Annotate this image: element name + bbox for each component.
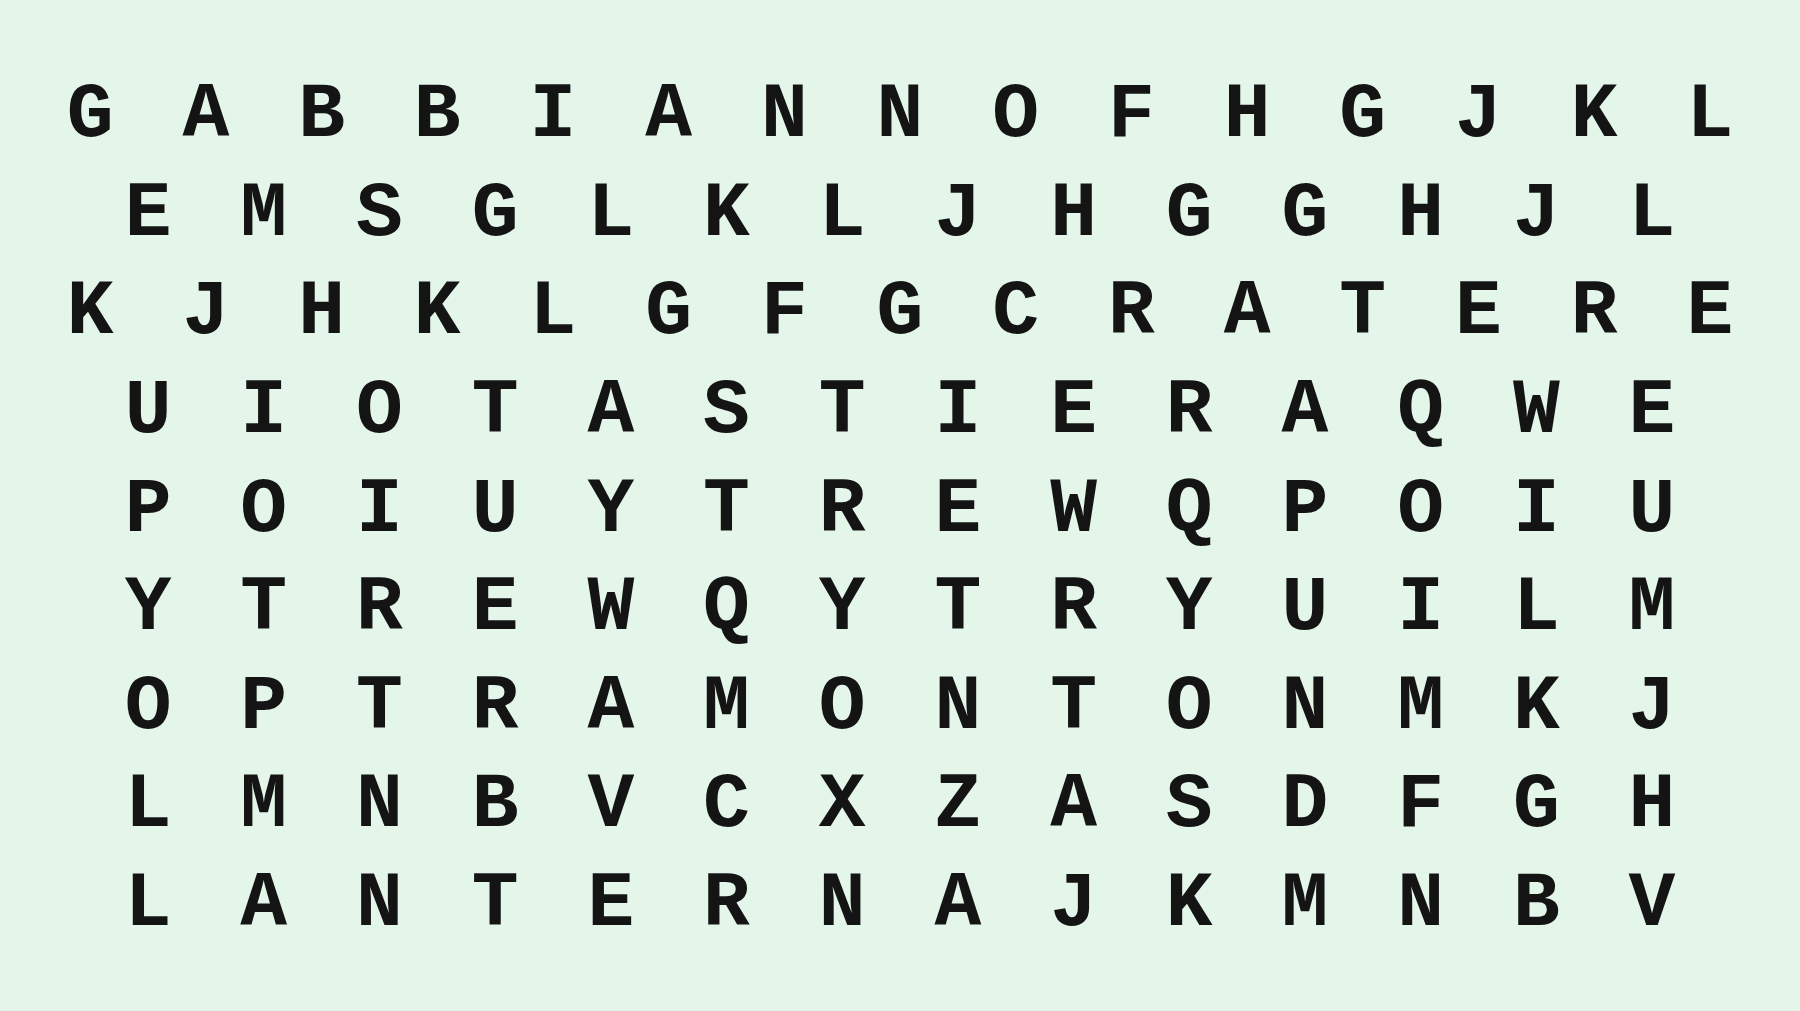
grid-cell[interactable]: I <box>495 66 611 165</box>
grid-cell[interactable]: I <box>1363 559 1479 658</box>
grid-cell[interactable]: P <box>1247 460 1363 559</box>
grid-cell[interactable]: T <box>784 362 900 461</box>
grid-cell[interactable]: T <box>437 362 553 461</box>
grid-cell[interactable]: J <box>148 263 264 362</box>
grid-cell[interactable]: S <box>669 362 785 461</box>
grid-cell[interactable]: F <box>1074 66 1190 165</box>
grid-cell[interactable]: H <box>1189 66 1305 165</box>
grid-cell[interactable]: E <box>90 165 206 264</box>
grid-cell[interactable]: X <box>784 756 900 855</box>
grid-row: POIUYTREWQPOIU <box>0 460 1800 559</box>
grid-cell[interactable]: A <box>1189 263 1305 362</box>
grid-row: LMNBVCXZASDFGH <box>0 756 1800 855</box>
grid-cell[interactable]: E <box>437 559 553 658</box>
grid-cell[interactable]: R <box>1131 362 1247 461</box>
grid-cell[interactable]: L <box>495 263 611 362</box>
grid-cell[interactable]: O <box>1131 658 1247 757</box>
grid-cell[interactable]: L <box>90 855 206 954</box>
grid-row: UIOTASTIERAQWE <box>0 362 1800 461</box>
grid-cell[interactable]: I <box>206 362 322 461</box>
grid-cell[interactable]: J <box>1594 658 1710 757</box>
grid-cell[interactable]: E <box>553 855 669 954</box>
grid-row: YTREWQYTRYUILM <box>0 559 1800 658</box>
grid-cell[interactable]: H <box>1594 756 1710 855</box>
grid-cell[interactable]: G <box>611 263 727 362</box>
grid-cell[interactable]: H <box>264 263 380 362</box>
grid-cell[interactable]: N <box>1363 855 1479 954</box>
grid-cell[interactable]: V <box>553 756 669 855</box>
grid-cell[interactable]: F <box>726 263 842 362</box>
grid-cell[interactable]: Y <box>553 460 669 559</box>
grid-cell[interactable]: L <box>553 165 669 264</box>
grid-cell[interactable]: R <box>1016 559 1132 658</box>
grid-row: GABBIANNOFHGJKL <box>0 66 1800 165</box>
grid-row: LANTERNAJKMNBV <box>0 855 1800 954</box>
grid-cell[interactable]: L <box>1652 66 1768 165</box>
grid-cell[interactable]: M <box>206 756 322 855</box>
grid-cell[interactable]: R <box>437 658 553 757</box>
grid-cell[interactable]: B <box>437 756 553 855</box>
grid-cell[interactable]: G <box>1305 66 1421 165</box>
grid-cell[interactable]: Y <box>90 559 206 658</box>
grid-cell[interactable]: N <box>784 855 900 954</box>
grid-cell[interactable]: M <box>206 165 322 264</box>
grid-cell[interactable]: E <box>1652 263 1768 362</box>
grid-cell[interactable]: U <box>437 460 553 559</box>
grid-cell[interactable]: K <box>1536 66 1652 165</box>
grid-cell[interactable]: P <box>90 460 206 559</box>
grid-cell[interactable]: W <box>1016 460 1132 559</box>
grid-cell[interactable]: E <box>1016 362 1132 461</box>
grid-cell[interactable]: W <box>1478 362 1594 461</box>
grid-cell[interactable]: K <box>32 263 148 362</box>
grid-cell[interactable]: W <box>553 559 669 658</box>
grid-cell[interactable]: O <box>784 658 900 757</box>
grid-cell[interactable]: A <box>1247 362 1363 461</box>
grid-cell[interactable]: E <box>1421 263 1537 362</box>
grid-cell[interactable]: S <box>322 165 438 264</box>
grid-cell[interactable]: G <box>437 165 553 264</box>
grid-cell[interactable]: H <box>1363 165 1479 264</box>
grid-cell[interactable]: A <box>206 855 322 954</box>
grid-cell[interactable]: A <box>553 658 669 757</box>
grid-cell[interactable]: T <box>437 855 553 954</box>
grid-row: EMSGLKLJHGGHJL <box>0 165 1800 264</box>
grid-cell[interactable]: K <box>379 263 495 362</box>
grid-cell[interactable]: I <box>1478 460 1594 559</box>
grid-cell[interactable]: S <box>1131 756 1247 855</box>
grid-cell[interactable]: V <box>1594 855 1710 954</box>
grid-cell[interactable]: K <box>1131 855 1247 954</box>
grid-cell[interactable]: O <box>322 362 438 461</box>
grid-cell[interactable]: G <box>1131 165 1247 264</box>
grid-cell[interactable]: L <box>784 165 900 264</box>
grid-cell[interactable]: B <box>264 66 380 165</box>
grid-cell[interactable]: L <box>90 756 206 855</box>
grid-cell[interactable]: O <box>206 460 322 559</box>
grid-cell[interactable]: Q <box>1131 460 1247 559</box>
grid-cell[interactable]: N <box>726 66 842 165</box>
grid-cell[interactable]: G <box>1247 165 1363 264</box>
grid-cell[interactable]: G <box>32 66 148 165</box>
grid-cell[interactable]: I <box>900 362 1016 461</box>
grid-cell[interactable]: D <box>1247 756 1363 855</box>
grid-cell[interactable]: P <box>206 658 322 757</box>
grid-cell[interactable]: U <box>1247 559 1363 658</box>
grid-cell[interactable]: T <box>322 658 438 757</box>
grid-cell[interactable]: A <box>148 66 264 165</box>
grid-cell[interactable]: J <box>1478 165 1594 264</box>
grid-cell[interactable]: U <box>1594 460 1710 559</box>
grid-cell[interactable]: B <box>379 66 495 165</box>
grid-cell[interactable]: G <box>1478 756 1594 855</box>
grid-cell[interactable]: Y <box>1131 559 1247 658</box>
grid-cell[interactable]: Z <box>900 756 1016 855</box>
grid-cell[interactable]: M <box>1247 855 1363 954</box>
grid-cell[interactable]: J <box>1421 66 1537 165</box>
grid-cell[interactable]: E <box>900 460 1016 559</box>
grid-cell[interactable]: N <box>322 756 438 855</box>
grid-cell[interactable]: O <box>1363 460 1479 559</box>
grid-cell[interactable]: M <box>1594 559 1710 658</box>
grid-cell[interactable]: C <box>669 756 785 855</box>
grid-cell[interactable]: A <box>900 855 1016 954</box>
grid-cell[interactable]: A <box>553 362 669 461</box>
grid-cell[interactable]: K <box>1478 658 1594 757</box>
grid-cell[interactable]: H <box>1016 165 1132 264</box>
grid-cell[interactable]: I <box>322 460 438 559</box>
grid-cell[interactable]: R <box>784 460 900 559</box>
grid-cell[interactable]: Q <box>1363 362 1479 461</box>
grid-cell[interactable]: T <box>206 559 322 658</box>
grid-cell[interactable]: Y <box>784 559 900 658</box>
grid-cell[interactable]: N <box>842 66 958 165</box>
grid-cell[interactable]: L <box>1594 165 1710 264</box>
grid-cell[interactable]: B <box>1478 855 1594 954</box>
grid-cell[interactable]: T <box>669 460 785 559</box>
grid-cell[interactable]: N <box>1247 658 1363 757</box>
grid-cell[interactable]: R <box>1074 263 1190 362</box>
grid-cell[interactable]: T <box>1305 263 1421 362</box>
grid-cell[interactable]: J <box>900 165 1016 264</box>
grid-cell[interactable]: M <box>669 658 785 757</box>
grid-cell[interactable]: R <box>322 559 438 658</box>
grid-cell[interactable]: G <box>842 263 958 362</box>
grid-cell[interactable]: K <box>669 165 785 264</box>
grid-cell[interactable]: O <box>90 658 206 757</box>
grid-cell[interactable]: T <box>1016 658 1132 757</box>
grid-cell[interactable]: N <box>900 658 1016 757</box>
grid-cell[interactable]: R <box>1536 263 1652 362</box>
grid-cell[interactable]: C <box>958 263 1074 362</box>
grid-cell[interactable]: M <box>1363 658 1479 757</box>
word-search-board: GABBIANNOFHGJKLEMSGLKLJHGGHJLKJHKLGFGCRA… <box>0 0 1800 1011</box>
grid-cell[interactable]: E <box>1594 362 1710 461</box>
grid-cell[interactable]: Q <box>669 559 785 658</box>
grid-cell[interactable]: O <box>958 66 1074 165</box>
grid-cell[interactable]: U <box>90 362 206 461</box>
grid-cell[interactable]: R <box>669 855 785 954</box>
grid-row: KJHKLGFGCRATERE <box>0 263 1800 362</box>
grid-cell[interactable]: T <box>900 559 1016 658</box>
grid-row: OPTRAMONTONMKJ <box>0 658 1800 757</box>
grid-cell[interactable]: N <box>322 855 438 954</box>
grid-cell[interactable]: L <box>1478 559 1594 658</box>
grid-cell[interactable]: F <box>1363 756 1479 855</box>
grid-cell[interactable]: J <box>1016 855 1132 954</box>
grid-cell[interactable]: A <box>611 66 727 165</box>
grid-cell[interactable]: A <box>1016 756 1132 855</box>
